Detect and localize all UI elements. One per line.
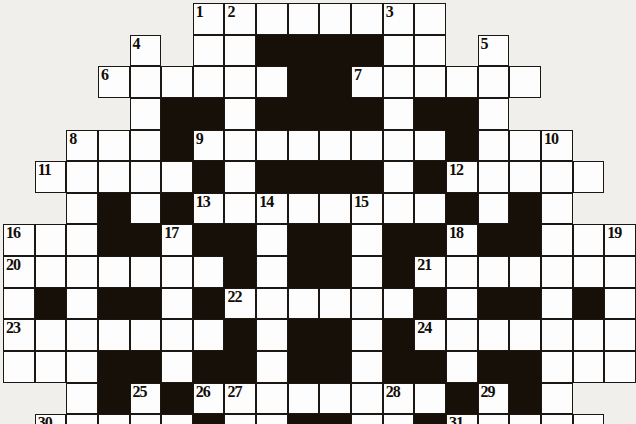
background-r1-c14 bbox=[446, 35, 478, 67]
black-cell-r4-c14 bbox=[446, 130, 478, 162]
white-cell-r10-c18[interactable] bbox=[573, 319, 605, 351]
white-cell-r11-c18[interactable] bbox=[573, 351, 605, 383]
black-cell-r7-c4 bbox=[130, 224, 162, 256]
white-cell-r6-c15[interactable] bbox=[478, 193, 510, 225]
background-r5-c19 bbox=[604, 161, 636, 193]
white-cell-r6-c4[interactable] bbox=[130, 193, 162, 225]
white-cell-r11-c2[interactable] bbox=[66, 351, 98, 383]
white-cell-r11-c8[interactable] bbox=[256, 351, 288, 383]
white-cell-r8-c6[interactable] bbox=[193, 256, 225, 288]
background-r1-c17 bbox=[541, 35, 573, 67]
background-r12-c19 bbox=[604, 383, 636, 415]
white-cell-r7-c5[interactable]: 17 bbox=[161, 224, 193, 256]
black-cell-r7-c9 bbox=[288, 224, 320, 256]
black-cell-r9-c3 bbox=[98, 288, 130, 320]
clue-number-23: 23 bbox=[6, 319, 20, 337]
white-cell-r7-c14[interactable]: 18 bbox=[446, 224, 478, 256]
clue-number-17: 17 bbox=[164, 224, 178, 242]
white-cell-r9-c9[interactable] bbox=[288, 288, 320, 320]
white-cell-r3-c15[interactable] bbox=[478, 98, 510, 130]
clue-number-24: 24 bbox=[417, 319, 431, 337]
black-cell-r6-c5 bbox=[161, 193, 193, 225]
background-r4-c18 bbox=[573, 130, 605, 162]
white-cell-r7-c11[interactable] bbox=[351, 224, 383, 256]
white-cell-r5-c16[interactable] bbox=[509, 161, 541, 193]
black-cell-r11-c10 bbox=[319, 351, 351, 383]
white-cell-r10-c15[interactable] bbox=[478, 319, 510, 351]
background-r4-c0 bbox=[3, 130, 35, 162]
black-cell-r3-c11 bbox=[351, 98, 383, 130]
white-cell-r8-c15[interactable] bbox=[478, 256, 510, 288]
white-cell-r4-c17[interactable]: 10 bbox=[541, 130, 573, 162]
white-cell-r10-c6[interactable] bbox=[193, 319, 225, 351]
white-cell-r13-c16[interactable] bbox=[509, 414, 541, 424]
black-cell-r5-c9 bbox=[288, 161, 320, 193]
white-cell-r2-c5[interactable] bbox=[161, 66, 193, 98]
black-cell-r8-c7 bbox=[224, 256, 256, 288]
white-cell-r6-c2[interactable] bbox=[66, 193, 98, 225]
white-cell-r13-c18[interactable] bbox=[573, 414, 605, 424]
white-cell-r6-c17[interactable] bbox=[541, 193, 573, 225]
white-cell-r7-c1[interactable] bbox=[35, 224, 67, 256]
black-cell-r11-c4 bbox=[130, 351, 162, 383]
white-cell-r5-c4[interactable] bbox=[130, 161, 162, 193]
black-cell-r6-c3 bbox=[98, 193, 130, 225]
white-cell-r9-c19[interactable] bbox=[604, 288, 636, 320]
black-cell-r10-c10 bbox=[319, 319, 351, 351]
black-cell-r1-c10 bbox=[319, 35, 351, 67]
white-cell-r2-c15[interactable] bbox=[478, 66, 510, 98]
background-r1-c0 bbox=[3, 35, 35, 67]
black-cell-r8-c9 bbox=[288, 256, 320, 288]
background-r2-c2 bbox=[66, 66, 98, 98]
clue-number-1: 1 bbox=[196, 3, 203, 21]
white-cell-r10-c1[interactable] bbox=[35, 319, 67, 351]
white-cell-r9-c12[interactable] bbox=[383, 288, 415, 320]
white-cell-r12-c8[interactable] bbox=[256, 383, 288, 415]
black-cell-r5-c11 bbox=[351, 161, 383, 193]
white-cell-r6-c6[interactable]: 13 bbox=[193, 193, 225, 225]
black-cell-r7-c13 bbox=[414, 224, 446, 256]
white-cell-r11-c14[interactable] bbox=[446, 351, 478, 383]
white-cell-r10-c5[interactable] bbox=[161, 319, 193, 351]
black-cell-r3-c5 bbox=[161, 98, 193, 130]
background-r0-c19 bbox=[604, 3, 636, 35]
white-cell-r4-c6[interactable]: 9 bbox=[193, 130, 225, 162]
white-cell-r10-c8[interactable] bbox=[256, 319, 288, 351]
white-cell-r8-c11[interactable] bbox=[351, 256, 383, 288]
background-r3-c1 bbox=[35, 98, 67, 130]
white-cell-r1-c12[interactable] bbox=[383, 35, 415, 67]
white-cell-r10-c14[interactable] bbox=[446, 319, 478, 351]
background-r0-c4 bbox=[130, 3, 162, 35]
white-cell-r2-c16[interactable] bbox=[509, 66, 541, 98]
white-cell-r9-c0[interactable] bbox=[3, 288, 35, 320]
black-cell-r11-c6 bbox=[193, 351, 225, 383]
white-cell-r1-c13[interactable] bbox=[414, 35, 446, 67]
clue-number-16: 16 bbox=[6, 224, 20, 242]
black-cell-r6-c16 bbox=[509, 193, 541, 225]
black-cell-r11-c3 bbox=[98, 351, 130, 383]
white-cell-r13-c8[interactable] bbox=[256, 414, 288, 424]
white-cell-r6-c10[interactable] bbox=[319, 193, 351, 225]
background-r6-c19 bbox=[604, 193, 636, 225]
white-cell-r12-c7[interactable]: 27 bbox=[224, 383, 256, 415]
white-cell-r1-c4[interactable]: 4 bbox=[130, 35, 162, 67]
white-cell-r1-c6[interactable] bbox=[193, 35, 225, 67]
clue-number-6: 6 bbox=[101, 66, 108, 84]
white-cell-r0-c6[interactable]: 1 bbox=[193, 3, 225, 35]
black-cell-r5-c10 bbox=[319, 161, 351, 193]
background-r0-c0 bbox=[3, 3, 35, 35]
clue-number-2: 2 bbox=[227, 3, 234, 21]
white-cell-r11-c1[interactable] bbox=[35, 351, 67, 383]
background-r0-c2 bbox=[66, 3, 98, 35]
clue-number-11: 11 bbox=[38, 161, 51, 179]
black-cell-r5-c13 bbox=[414, 161, 446, 193]
background-r6-c1 bbox=[35, 193, 67, 225]
white-cell-r4-c13[interactable] bbox=[414, 130, 446, 162]
white-cell-r6-c9[interactable] bbox=[288, 193, 320, 225]
white-cell-r10-c11[interactable] bbox=[351, 319, 383, 351]
white-cell-r8-c17[interactable] bbox=[541, 256, 573, 288]
clue-number-18: 18 bbox=[449, 224, 463, 242]
white-cell-r0-c12[interactable]: 3 bbox=[383, 3, 415, 35]
black-cell-r10-c9 bbox=[288, 319, 320, 351]
white-cell-r13-c2[interactable] bbox=[66, 414, 98, 424]
white-cell-r12-c4[interactable]: 25 bbox=[130, 383, 162, 415]
white-cell-r10-c3[interactable] bbox=[98, 319, 130, 351]
white-cell-r12-c10[interactable] bbox=[319, 383, 351, 415]
black-cell-r9-c4 bbox=[130, 288, 162, 320]
white-cell-r7-c8[interactable] bbox=[256, 224, 288, 256]
background-r12-c18 bbox=[573, 383, 605, 415]
white-cell-r8-c19[interactable] bbox=[604, 256, 636, 288]
white-cell-r5-c3[interactable] bbox=[98, 161, 130, 193]
white-cell-r2-c7[interactable] bbox=[224, 66, 256, 98]
clue-number-8: 8 bbox=[69, 130, 76, 148]
white-cell-r13-c7[interactable] bbox=[224, 414, 256, 424]
white-cell-r0-c13[interactable] bbox=[414, 3, 446, 35]
white-cell-r4-c11[interactable] bbox=[351, 130, 383, 162]
white-cell-r4-c15[interactable] bbox=[478, 130, 510, 162]
white-cell-r9-c10[interactable] bbox=[319, 288, 351, 320]
black-cell-r13-c10 bbox=[319, 414, 351, 424]
white-cell-r5-c14[interactable]: 12 bbox=[446, 161, 478, 193]
black-cell-r11-c7 bbox=[224, 351, 256, 383]
white-cell-r1-c15[interactable]: 5 bbox=[478, 35, 510, 67]
white-cell-r4-c16[interactable] bbox=[509, 130, 541, 162]
white-cell-r9-c2[interactable] bbox=[66, 288, 98, 320]
white-cell-r8-c0[interactable]: 20 bbox=[3, 256, 35, 288]
black-cell-r3-c8 bbox=[256, 98, 288, 130]
white-cell-r0-c8[interactable] bbox=[256, 3, 288, 35]
clue-number-4: 4 bbox=[133, 35, 140, 53]
white-cell-r9-c7[interactable]: 22 bbox=[224, 288, 256, 320]
white-cell-r8-c14[interactable] bbox=[446, 256, 478, 288]
black-cell-r11-c15 bbox=[478, 351, 510, 383]
black-cell-r9-c6 bbox=[193, 288, 225, 320]
white-cell-r10-c17[interactable] bbox=[541, 319, 573, 351]
clue-number-3: 3 bbox=[386, 3, 393, 21]
white-cell-r12-c6[interactable]: 26 bbox=[193, 383, 225, 415]
white-cell-r7-c19[interactable]: 19 bbox=[604, 224, 636, 256]
background-r5-c0 bbox=[3, 161, 35, 193]
background-r3-c17 bbox=[541, 98, 573, 130]
background-r6-c18 bbox=[573, 193, 605, 225]
clue-number-22: 22 bbox=[227, 288, 241, 306]
white-cell-r8-c1[interactable] bbox=[35, 256, 67, 288]
white-cell-r13-c14[interactable]: 31 bbox=[446, 414, 478, 424]
white-cell-r10-c0[interactable]: 23 bbox=[3, 319, 35, 351]
black-cell-r3-c9 bbox=[288, 98, 320, 130]
black-cell-r11-c9 bbox=[288, 351, 320, 383]
background-r0-c3 bbox=[98, 3, 130, 35]
white-cell-r13-c1[interactable]: 30 bbox=[35, 414, 67, 424]
black-cell-r13-c9 bbox=[288, 414, 320, 424]
black-cell-r7-c6 bbox=[193, 224, 225, 256]
black-cell-r1-c8 bbox=[256, 35, 288, 67]
white-cell-r4-c4[interactable] bbox=[130, 130, 162, 162]
white-cell-r6-c8[interactable]: 14 bbox=[256, 193, 288, 225]
white-cell-r11-c19[interactable] bbox=[604, 351, 636, 383]
black-cell-r12-c3 bbox=[98, 383, 130, 415]
background-r1-c5 bbox=[161, 35, 193, 67]
black-cell-r9-c1 bbox=[35, 288, 67, 320]
background-r0-c17 bbox=[541, 3, 573, 35]
background-r0-c14 bbox=[446, 3, 478, 35]
black-cell-r2-c10 bbox=[319, 66, 351, 98]
white-cell-r4-c12[interactable] bbox=[383, 130, 415, 162]
white-cell-r2-c4[interactable] bbox=[130, 66, 162, 98]
black-cell-r8-c10 bbox=[319, 256, 351, 288]
white-cell-r12-c2[interactable] bbox=[66, 383, 98, 415]
white-cell-r6-c12[interactable] bbox=[383, 193, 415, 225]
black-cell-r13-c6 bbox=[193, 414, 225, 424]
white-cell-r6-c11[interactable]: 15 bbox=[351, 193, 383, 225]
white-cell-r4-c7[interactable] bbox=[224, 130, 256, 162]
white-cell-r8-c16[interactable] bbox=[509, 256, 541, 288]
white-cell-r8-c4[interactable] bbox=[130, 256, 162, 288]
clue-number-30: 30 bbox=[38, 414, 52, 424]
white-cell-r8-c2[interactable] bbox=[66, 256, 98, 288]
white-cell-r9-c17[interactable] bbox=[541, 288, 573, 320]
black-cell-r7-c7 bbox=[224, 224, 256, 256]
white-cell-r9-c14[interactable] bbox=[446, 288, 478, 320]
background-r6-c0 bbox=[3, 193, 35, 225]
clue-number-21: 21 bbox=[417, 256, 431, 274]
black-cell-r5-c8 bbox=[256, 161, 288, 193]
white-cell-r2-c11[interactable]: 7 bbox=[351, 66, 383, 98]
background-r3-c2 bbox=[66, 98, 98, 130]
white-cell-r4-c10[interactable] bbox=[319, 130, 351, 162]
white-cell-r9-c5[interactable] bbox=[161, 288, 193, 320]
black-cell-r3-c6 bbox=[193, 98, 225, 130]
background-r0-c16 bbox=[509, 3, 541, 35]
clue-number-26: 26 bbox=[196, 383, 210, 401]
black-cell-r11-c13 bbox=[414, 351, 446, 383]
white-cell-r12-c11[interactable] bbox=[351, 383, 383, 415]
white-cell-r0-c11[interactable] bbox=[351, 3, 383, 35]
black-cell-r12-c16 bbox=[509, 383, 541, 415]
clue-number-25: 25 bbox=[133, 383, 147, 401]
white-cell-r12-c15[interactable]: 29 bbox=[478, 383, 510, 415]
clue-number-14: 14 bbox=[259, 193, 273, 211]
white-cell-r10-c2[interactable] bbox=[66, 319, 98, 351]
white-cell-r13-c4[interactable] bbox=[130, 414, 162, 424]
white-cell-r2-c8[interactable] bbox=[256, 66, 288, 98]
white-cell-r2-c6[interactable] bbox=[193, 66, 225, 98]
background-r3-c3 bbox=[98, 98, 130, 130]
white-cell-r2-c13[interactable] bbox=[414, 66, 446, 98]
white-cell-r10-c13[interactable]: 24 bbox=[414, 319, 446, 351]
white-cell-r7-c2[interactable] bbox=[66, 224, 98, 256]
background-r2-c17 bbox=[541, 66, 573, 98]
white-cell-r11-c5[interactable] bbox=[161, 351, 193, 383]
clue-number-7: 7 bbox=[354, 66, 361, 84]
black-cell-r3-c10 bbox=[319, 98, 351, 130]
white-cell-r0-c10[interactable] bbox=[319, 3, 351, 35]
crossword-screenshot: 1234567891011121314151617181920212223242… bbox=[0, 0, 636, 424]
white-cell-r13-c3[interactable] bbox=[98, 414, 130, 424]
background-r12-c0 bbox=[3, 383, 35, 415]
black-cell-r11-c16 bbox=[509, 351, 541, 383]
white-cell-r6-c7[interactable] bbox=[224, 193, 256, 225]
white-cell-r5-c5[interactable] bbox=[161, 161, 193, 193]
white-cell-r10-c19[interactable] bbox=[604, 319, 636, 351]
white-cell-r5-c7[interactable] bbox=[224, 161, 256, 193]
background-r3-c0 bbox=[3, 98, 35, 130]
background-r0-c15 bbox=[478, 3, 510, 35]
white-cell-r2-c3[interactable]: 6 bbox=[98, 66, 130, 98]
white-cell-r8-c13[interactable]: 21 bbox=[414, 256, 446, 288]
clue-number-19: 19 bbox=[607, 224, 621, 242]
black-cell-r9-c13 bbox=[414, 288, 446, 320]
white-cell-r2-c14[interactable] bbox=[446, 66, 478, 98]
white-cell-r9-c8[interactable] bbox=[256, 288, 288, 320]
background-r3-c16 bbox=[509, 98, 541, 130]
white-cell-r12-c13[interactable] bbox=[414, 383, 446, 415]
white-cell-r4-c9[interactable] bbox=[288, 130, 320, 162]
background-r1-c18 bbox=[573, 35, 605, 67]
black-cell-r1-c11 bbox=[351, 35, 383, 67]
clue-number-10: 10 bbox=[544, 130, 558, 148]
white-cell-r5-c17[interactable] bbox=[541, 161, 573, 193]
white-cell-r12-c12[interactable]: 28 bbox=[383, 383, 415, 415]
background-r12-c1 bbox=[35, 383, 67, 415]
black-cell-r5-c6 bbox=[193, 161, 225, 193]
black-cell-r10-c7 bbox=[224, 319, 256, 351]
white-cell-r3-c7[interactable] bbox=[224, 98, 256, 130]
white-cell-r5-c15[interactable] bbox=[478, 161, 510, 193]
background-r0-c5 bbox=[161, 3, 193, 35]
white-cell-r2-c12[interactable] bbox=[383, 66, 415, 98]
background-r1-c19 bbox=[604, 35, 636, 67]
background-r3-c19 bbox=[604, 98, 636, 130]
white-cell-r12-c9[interactable] bbox=[288, 383, 320, 415]
clue-number-28: 28 bbox=[386, 383, 400, 401]
clue-number-31: 31 bbox=[449, 414, 463, 424]
white-cell-r0-c7[interactable]: 2 bbox=[224, 3, 256, 35]
clue-number-9: 9 bbox=[196, 130, 203, 148]
black-cell-r7-c12 bbox=[383, 224, 415, 256]
background-r4-c19 bbox=[604, 130, 636, 162]
black-cell-r3-c14 bbox=[446, 98, 478, 130]
background-r3-c18 bbox=[573, 98, 605, 130]
white-cell-r5-c18[interactable] bbox=[573, 161, 605, 193]
white-cell-r3-c12[interactable] bbox=[383, 98, 415, 130]
white-cell-r7-c17[interactable] bbox=[541, 224, 573, 256]
white-cell-r11-c0[interactable] bbox=[3, 351, 35, 383]
background-r2-c19 bbox=[604, 66, 636, 98]
white-cell-r13-c15[interactable] bbox=[478, 414, 510, 424]
black-cell-r7-c10 bbox=[319, 224, 351, 256]
background-r13-c0 bbox=[3, 414, 35, 424]
crossword-grid: 1234567891011121314151617181920212223242… bbox=[3, 3, 636, 424]
clue-number-29: 29 bbox=[481, 383, 495, 401]
black-cell-r3-c13 bbox=[414, 98, 446, 130]
white-cell-r11-c17[interactable] bbox=[541, 351, 573, 383]
black-cell-r12-c14 bbox=[446, 383, 478, 415]
white-cell-r3-c4[interactable] bbox=[130, 98, 162, 130]
white-cell-r5-c2[interactable] bbox=[66, 161, 98, 193]
black-cell-r2-c9 bbox=[288, 66, 320, 98]
white-cell-r8-c5[interactable] bbox=[161, 256, 193, 288]
white-cell-r4-c2[interactable]: 8 bbox=[66, 130, 98, 162]
white-cell-r8-c8[interactable] bbox=[256, 256, 288, 288]
black-cell-r9-c15 bbox=[478, 288, 510, 320]
black-cell-r9-c16 bbox=[509, 288, 541, 320]
white-cell-r13-c11[interactable] bbox=[351, 414, 383, 424]
white-cell-r1-c7[interactable] bbox=[224, 35, 256, 67]
white-cell-r6-c13[interactable] bbox=[414, 193, 446, 225]
white-cell-r9-c11[interactable] bbox=[351, 288, 383, 320]
clue-number-12: 12 bbox=[449, 161, 463, 179]
white-cell-r5-c1[interactable]: 11 bbox=[35, 161, 67, 193]
black-cell-r10-c12 bbox=[383, 319, 415, 351]
background-r1-c2 bbox=[66, 35, 98, 67]
black-cell-r8-c12 bbox=[383, 256, 415, 288]
background-r2-c0 bbox=[3, 66, 35, 98]
white-cell-r10-c4[interactable] bbox=[130, 319, 162, 351]
white-cell-r5-c12[interactable] bbox=[383, 161, 415, 193]
black-cell-r6-c14 bbox=[446, 193, 478, 225]
white-cell-r13-c5[interactable] bbox=[161, 414, 193, 424]
white-cell-r0-c9[interactable] bbox=[288, 3, 320, 35]
black-cell-r13-c13 bbox=[414, 414, 446, 424]
clue-number-15: 15 bbox=[354, 193, 368, 211]
black-cell-r4-c5 bbox=[161, 130, 193, 162]
white-cell-r7-c18[interactable] bbox=[573, 224, 605, 256]
background-r0-c18 bbox=[573, 3, 605, 35]
white-cell-r12-c17[interactable] bbox=[541, 383, 573, 415]
white-cell-r10-c16[interactable] bbox=[509, 319, 541, 351]
white-cell-r8-c18[interactable] bbox=[573, 256, 605, 288]
black-cell-r7-c15 bbox=[478, 224, 510, 256]
white-cell-r8-c3[interactable] bbox=[98, 256, 130, 288]
white-cell-r7-c0[interactable]: 16 bbox=[3, 224, 35, 256]
background-r13-c19 bbox=[604, 414, 636, 424]
clue-number-5: 5 bbox=[481, 35, 488, 53]
white-cell-r4-c3[interactable] bbox=[98, 130, 130, 162]
white-cell-r13-c17[interactable] bbox=[541, 414, 573, 424]
white-cell-r13-c12[interactable] bbox=[383, 414, 415, 424]
white-cell-r11-c11[interactable] bbox=[351, 351, 383, 383]
clue-number-27: 27 bbox=[227, 383, 241, 401]
white-cell-r4-c8[interactable] bbox=[256, 130, 288, 162]
black-cell-r7-c16 bbox=[509, 224, 541, 256]
black-cell-r11-c12 bbox=[383, 351, 415, 383]
